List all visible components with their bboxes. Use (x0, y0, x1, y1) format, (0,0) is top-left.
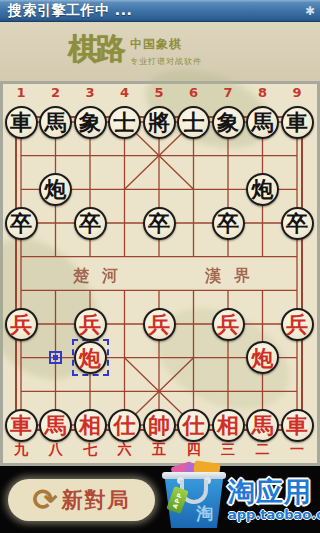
piece-glyph: 將 (148, 111, 170, 133)
logo-main-text: 棋路 (68, 34, 124, 64)
top-number-label: 3 (80, 85, 100, 100)
file-label: 七 (80, 441, 100, 459)
piece-black[interactable]: 炮 (246, 173, 279, 206)
piece-red[interactable]: 兵 (5, 308, 38, 341)
piece-red[interactable]: 兵 (212, 308, 245, 341)
piece-glyph: 炮 (45, 178, 67, 200)
working-spinner-icon: ✱ (305, 4, 315, 18)
river-text-right: 漢界 (205, 266, 263, 287)
piece-black[interactable]: 卒 (281, 207, 314, 240)
ad-app-name[interactable]: 淘应用 (228, 474, 312, 510)
app-screen: 搜索引擎工作中 ... ✱ 棋路 中国象棋 专业打谱对战软件 (0, 0, 320, 533)
piece-red[interactable]: 相 (74, 409, 107, 442)
piece-glyph: 卒 (148, 212, 170, 234)
river-text-left: 楚河 (73, 266, 131, 287)
top-number-label: 5 (149, 85, 169, 100)
piece-red[interactable]: 炮 (246, 341, 279, 374)
piece-glyph: 馬 (252, 111, 274, 133)
piece-glyph: 卒 (217, 212, 239, 234)
piece-black[interactable]: 炮 (39, 173, 72, 206)
piece-black[interactable]: 車 (5, 106, 38, 139)
board-grid (3, 84, 317, 463)
piece-red[interactable]: 炮 (74, 341, 107, 374)
file-label: 二 (253, 441, 273, 459)
piece-glyph: 馬 (45, 111, 67, 133)
file-label: 三 (218, 441, 238, 459)
new-game-button[interactable]: ⟳ 新對局 (8, 479, 155, 521)
status-bar: 搜索引擎工作中 ... ✱ (0, 0, 320, 22)
piece-red[interactable]: 馬 (39, 409, 72, 442)
logo-tagline: 专业打谱对战软件 (130, 56, 202, 67)
piece-black[interactable]: 卒 (143, 207, 176, 240)
piece-red[interactable]: 仕 (108, 409, 141, 442)
piece-glyph: 士 (183, 111, 205, 133)
piece-red[interactable]: 車 (5, 409, 38, 442)
piece-black[interactable]: 馬 (39, 106, 72, 139)
top-number-label: 6 (184, 85, 204, 100)
logo-subtitle: 中国象棋 (130, 36, 202, 53)
piece-glyph: 卒 (286, 212, 308, 234)
tao-character: 淘 (196, 502, 213, 525)
file-label: 五 (149, 441, 169, 459)
piece-black[interactable]: 士 (108, 106, 141, 139)
refresh-icon: ⟳ (32, 485, 57, 515)
piece-glyph: 卒 (79, 212, 101, 234)
top-number-label: 7 (218, 85, 238, 100)
top-number-label: 1 (11, 85, 31, 100)
piece-glyph: 相 (79, 414, 101, 436)
piece-glyph: 仕 (114, 414, 136, 436)
last-move-origin-marker (49, 351, 62, 364)
top-number-label: 2 (46, 85, 66, 100)
piece-red[interactable]: 兵 (143, 308, 176, 341)
piece-glyph: 車 (286, 111, 308, 133)
piece-glyph: 兵 (148, 313, 170, 335)
piece-black[interactable]: 馬 (246, 106, 279, 139)
status-text: 搜索引擎工作中 ... (8, 2, 132, 20)
piece-red[interactable]: 兵 (74, 308, 107, 341)
app-tag-label: APP (171, 491, 183, 509)
file-label: 六 (115, 441, 135, 459)
piece-glyph: 炮 (252, 178, 274, 200)
piece-glyph: 兵 (286, 313, 308, 335)
piece-red[interactable]: 兵 (281, 308, 314, 341)
piece-glyph: 象 (217, 111, 239, 133)
piece-glyph: 相 (217, 414, 239, 436)
piece-glyph: 馬 (252, 414, 274, 436)
file-label: 四 (184, 441, 204, 459)
taobao-appstore-icon[interactable]: APP 淘 (162, 462, 226, 530)
file-label: 一 (287, 441, 307, 459)
piece-black[interactable]: 將 (143, 106, 176, 139)
piece-glyph: 象 (79, 111, 101, 133)
bottom-bar: ⟳ 新對局 APP 淘 淘应用 app.taobao.com (0, 466, 320, 533)
file-label: 九 (11, 441, 31, 459)
new-game-label: 新對局 (62, 486, 131, 514)
header-banner: 棋路 中国象棋 专业打谱对战软件 (0, 22, 320, 81)
app-logo: 棋路 中国象棋 专业打谱对战软件 (68, 34, 202, 67)
top-number-label: 4 (115, 85, 135, 100)
piece-glyph: 士 (114, 111, 136, 133)
piece-red[interactable]: 相 (212, 409, 245, 442)
top-number-label: 8 (253, 85, 273, 100)
piece-glyph: 炮 (79, 347, 101, 369)
piece-glyph: 帥 (148, 414, 170, 436)
board-panel: 楚河 漢界 123456789九八七六五四三二一車馬象士將士象馬車炮炮卒卒卒卒卒… (0, 81, 320, 466)
piece-black[interactable]: 象 (74, 106, 107, 139)
piece-red[interactable]: 車 (281, 409, 314, 442)
piece-glyph: 車 (286, 414, 308, 436)
piece-black[interactable]: 卒 (74, 207, 107, 240)
piece-glyph: 炮 (252, 347, 274, 369)
piece-glyph: 車 (10, 111, 32, 133)
piece-glyph: 仕 (183, 414, 205, 436)
xiangqi-board[interactable]: 楚河 漢界 123456789九八七六五四三二一車馬象士將士象馬車炮炮卒卒卒卒卒… (3, 84, 317, 463)
piece-black[interactable]: 士 (177, 106, 210, 139)
piece-glyph: 馬 (45, 414, 67, 436)
piece-red[interactable]: 馬 (246, 409, 279, 442)
piece-black[interactable]: 卒 (5, 207, 38, 240)
piece-glyph: 卒 (10, 212, 32, 234)
piece-black[interactable]: 卒 (212, 207, 245, 240)
piece-red[interactable]: 帥 (143, 409, 176, 442)
piece-black[interactable]: 車 (281, 106, 314, 139)
piece-glyph: 兵 (10, 313, 32, 335)
top-number-label: 9 (287, 85, 307, 100)
piece-red[interactable]: 仕 (177, 409, 210, 442)
piece-glyph: 車 (10, 414, 32, 436)
ad-url[interactable]: app.taobao.com (228, 507, 320, 522)
bag-rim (162, 472, 226, 479)
file-label: 八 (46, 441, 66, 459)
piece-black[interactable]: 象 (212, 106, 245, 139)
piece-glyph: 兵 (79, 313, 101, 335)
piece-glyph: 兵 (217, 313, 239, 335)
